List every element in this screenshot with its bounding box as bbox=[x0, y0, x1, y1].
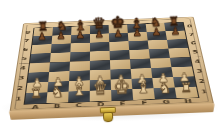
piece-black-pawn: ♟ bbox=[152, 27, 161, 37]
piece-black-pawn: ♟ bbox=[57, 30, 66, 40]
chess-set: ABCDEFGH 87654321 87654321 ♜♞♝♛♚♝♞♜♟♟♟♟♟… bbox=[0, 0, 220, 125]
piece-black-pawn: ♟ bbox=[114, 28, 123, 38]
piece-white-knight: ♞ bbox=[158, 81, 171, 95]
piece-black-pawn: ♟ bbox=[76, 30, 85, 40]
piece-white-king: ♚ bbox=[113, 78, 131, 98]
piece-white-queen: ♛ bbox=[92, 80, 108, 98]
piece-black-pawn: ♟ bbox=[38, 31, 47, 41]
piece-black-pawn: ♟ bbox=[133, 28, 142, 38]
piece-white-rook: ♜ bbox=[30, 87, 42, 100]
piece-white-knight: ♞ bbox=[51, 85, 64, 99]
product-photo: ABCDEFGH 87654321 87654321 ♜♞♝♛♚♝♞♜♟♟♟♟♟… bbox=[0, 0, 220, 125]
piece-white-bishop: ♝ bbox=[136, 80, 151, 97]
piece-white-bishop: ♝ bbox=[71, 82, 86, 99]
piece-black-pawn: ♟ bbox=[95, 29, 104, 39]
pieces-layer: ♜♞♝♛♚♝♞♜♟♟♟♟♟♟♟♟♟♟♟♟♟♟♟♟♜♞♝♛♚♝♞♜ bbox=[0, 0, 220, 125]
piece-black-pawn: ♟ bbox=[171, 26, 180, 36]
piece-white-rook: ♜ bbox=[180, 81, 192, 94]
